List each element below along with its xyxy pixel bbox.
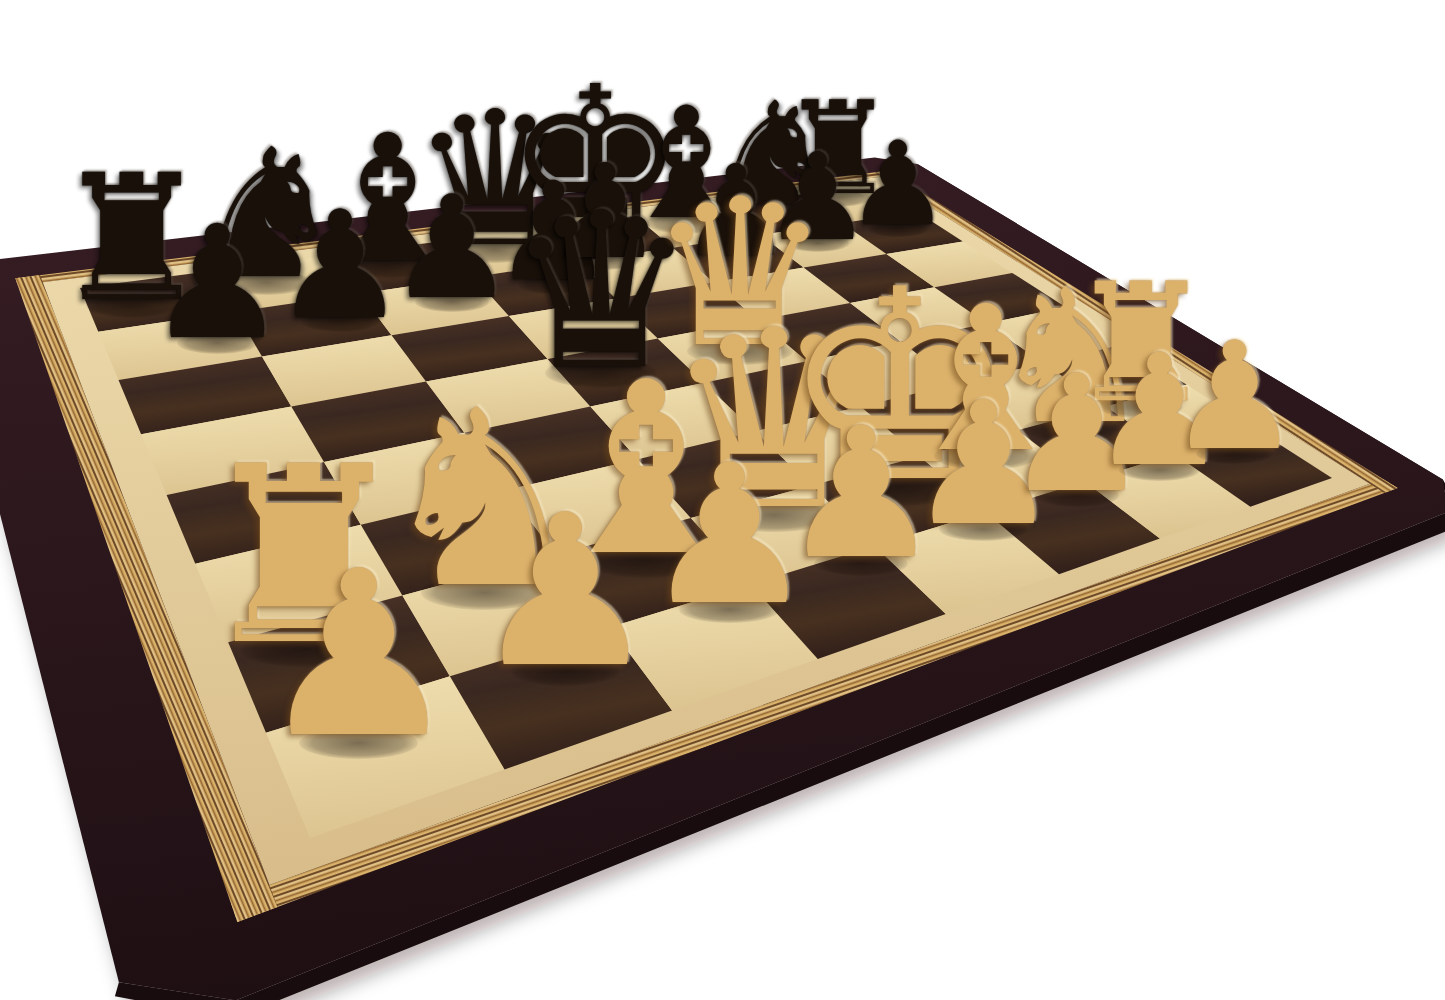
chess-photo-scene: ♜♞♝♛♚♝♞♜♟♟♟♟♟♟♟♟♛♛♜♞♝♛♚♝♞♜♟♟♟♟♟♟♟♟ <box>0 0 1445 1000</box>
piece-glyph: ♟ <box>846 117 950 251</box>
piece-black-pawn-h7[interactable]: ♟ <box>840 127 956 243</box>
piece-glyph: ♟ <box>256 522 461 788</box>
piece-glyph: ♟ <box>472 470 660 713</box>
piece-white-pawn-a1[interactable]: ♟ <box>245 541 474 770</box>
piece-glyph: ♟ <box>1168 310 1302 483</box>
piece-white-pawn-h1[interactable]: ♟ <box>1160 322 1309 471</box>
